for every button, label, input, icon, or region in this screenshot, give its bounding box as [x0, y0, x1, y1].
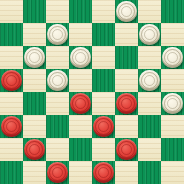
- piece-outer-ring: [141, 72, 158, 89]
- square-a3[interactable]: [0, 115, 23, 138]
- square-h8[interactable]: [161, 0, 184, 23]
- square-a1[interactable]: [0, 161, 23, 184]
- square-b7: [23, 23, 46, 46]
- square-f8[interactable]: [115, 0, 138, 23]
- square-h2[interactable]: [161, 138, 184, 161]
- white-man[interactable]: [24, 47, 45, 68]
- piece-inner-ring: [121, 144, 132, 155]
- piece-outer-ring: [49, 26, 66, 43]
- square-e5[interactable]: [92, 69, 115, 92]
- red-man[interactable]: [70, 93, 91, 114]
- square-d2[interactable]: [69, 138, 92, 161]
- square-c7[interactable]: [46, 23, 69, 46]
- piece-outer-ring: [164, 49, 181, 66]
- square-h3: [161, 115, 184, 138]
- piece-outer-ring: [141, 26, 158, 43]
- piece-inner-ring: [52, 167, 63, 178]
- piece-outer-ring: [26, 141, 43, 158]
- white-man[interactable]: [116, 1, 137, 22]
- piece-outer-ring: [164, 95, 181, 112]
- square-d7: [69, 23, 92, 46]
- square-b4[interactable]: [23, 92, 46, 115]
- square-e8: [92, 0, 115, 23]
- piece-inner-ring: [144, 29, 155, 40]
- square-h5: [161, 69, 184, 92]
- square-d3: [69, 115, 92, 138]
- piece-outer-ring: [26, 49, 43, 66]
- square-e2: [92, 138, 115, 161]
- red-man[interactable]: [24, 139, 45, 160]
- square-a7[interactable]: [0, 23, 23, 46]
- checkers-board: [0, 0, 184, 184]
- square-h6[interactable]: [161, 46, 184, 69]
- square-f2[interactable]: [115, 138, 138, 161]
- piece-outer-ring: [118, 3, 135, 20]
- square-b5: [23, 69, 46, 92]
- square-f5: [115, 69, 138, 92]
- square-c2: [46, 138, 69, 161]
- piece-outer-ring: [95, 118, 112, 135]
- square-g7[interactable]: [138, 23, 161, 46]
- square-h1: [161, 161, 184, 184]
- piece-inner-ring: [167, 52, 178, 63]
- square-c5[interactable]: [46, 69, 69, 92]
- piece-inner-ring: [98, 121, 109, 132]
- square-d5: [69, 69, 92, 92]
- square-f3: [115, 115, 138, 138]
- piece-inner-ring: [121, 98, 132, 109]
- piece-outer-ring: [49, 164, 66, 181]
- piece-inner-ring: [98, 167, 109, 178]
- white-man[interactable]: [139, 70, 160, 91]
- piece-inner-ring: [6, 121, 17, 132]
- white-man[interactable]: [70, 47, 91, 68]
- piece-inner-ring: [144, 75, 155, 86]
- piece-inner-ring: [52, 75, 63, 86]
- square-f1: [115, 161, 138, 184]
- square-f6[interactable]: [115, 46, 138, 69]
- piece-outer-ring: [49, 72, 66, 89]
- red-man[interactable]: [1, 116, 22, 137]
- square-g1[interactable]: [138, 161, 161, 184]
- square-e7[interactable]: [92, 23, 115, 46]
- square-e6: [92, 46, 115, 69]
- piece-inner-ring: [167, 98, 178, 109]
- square-a2: [0, 138, 23, 161]
- square-b8[interactable]: [23, 0, 46, 23]
- square-c4: [46, 92, 69, 115]
- square-b3: [23, 115, 46, 138]
- square-d8[interactable]: [69, 0, 92, 23]
- piece-outer-ring: [118, 95, 135, 112]
- square-d4[interactable]: [69, 92, 92, 115]
- square-d6[interactable]: [69, 46, 92, 69]
- piece-inner-ring: [75, 98, 86, 109]
- square-b1: [23, 161, 46, 184]
- piece-outer-ring: [72, 95, 89, 112]
- piece-inner-ring: [6, 75, 17, 86]
- square-h4[interactable]: [161, 92, 184, 115]
- square-h7: [161, 23, 184, 46]
- square-c3[interactable]: [46, 115, 69, 138]
- square-a5[interactable]: [0, 69, 23, 92]
- square-g5[interactable]: [138, 69, 161, 92]
- square-g6: [138, 46, 161, 69]
- red-man[interactable]: [116, 93, 137, 114]
- square-a8: [0, 0, 23, 23]
- square-c6: [46, 46, 69, 69]
- red-man[interactable]: [93, 162, 114, 183]
- piece-outer-ring: [95, 164, 112, 181]
- square-a6: [0, 46, 23, 69]
- red-man[interactable]: [93, 116, 114, 137]
- red-man[interactable]: [47, 162, 68, 183]
- square-c8: [46, 0, 69, 23]
- red-man[interactable]: [1, 70, 22, 91]
- white-man[interactable]: [47, 24, 68, 45]
- piece-outer-ring: [3, 118, 20, 135]
- white-man[interactable]: [139, 24, 160, 45]
- piece-inner-ring: [121, 6, 132, 17]
- square-b2[interactable]: [23, 138, 46, 161]
- square-g2: [138, 138, 161, 161]
- square-a4: [0, 92, 23, 115]
- square-f7: [115, 23, 138, 46]
- square-e4: [92, 92, 115, 115]
- square-e3[interactable]: [92, 115, 115, 138]
- square-b6[interactable]: [23, 46, 46, 69]
- square-d1: [69, 161, 92, 184]
- red-man[interactable]: [116, 139, 137, 160]
- square-e1[interactable]: [92, 161, 115, 184]
- square-c1[interactable]: [46, 161, 69, 184]
- piece-inner-ring: [29, 144, 40, 155]
- piece-inner-ring: [52, 29, 63, 40]
- square-g3[interactable]: [138, 115, 161, 138]
- square-f4[interactable]: [115, 92, 138, 115]
- piece-outer-ring: [72, 49, 89, 66]
- piece-inner-ring: [75, 52, 86, 63]
- piece-outer-ring: [3, 72, 20, 89]
- white-man[interactable]: [47, 70, 68, 91]
- piece-outer-ring: [118, 141, 135, 158]
- white-man[interactable]: [162, 93, 183, 114]
- piece-inner-ring: [29, 52, 40, 63]
- white-man[interactable]: [162, 47, 183, 68]
- square-g8: [138, 0, 161, 23]
- square-g4: [138, 92, 161, 115]
